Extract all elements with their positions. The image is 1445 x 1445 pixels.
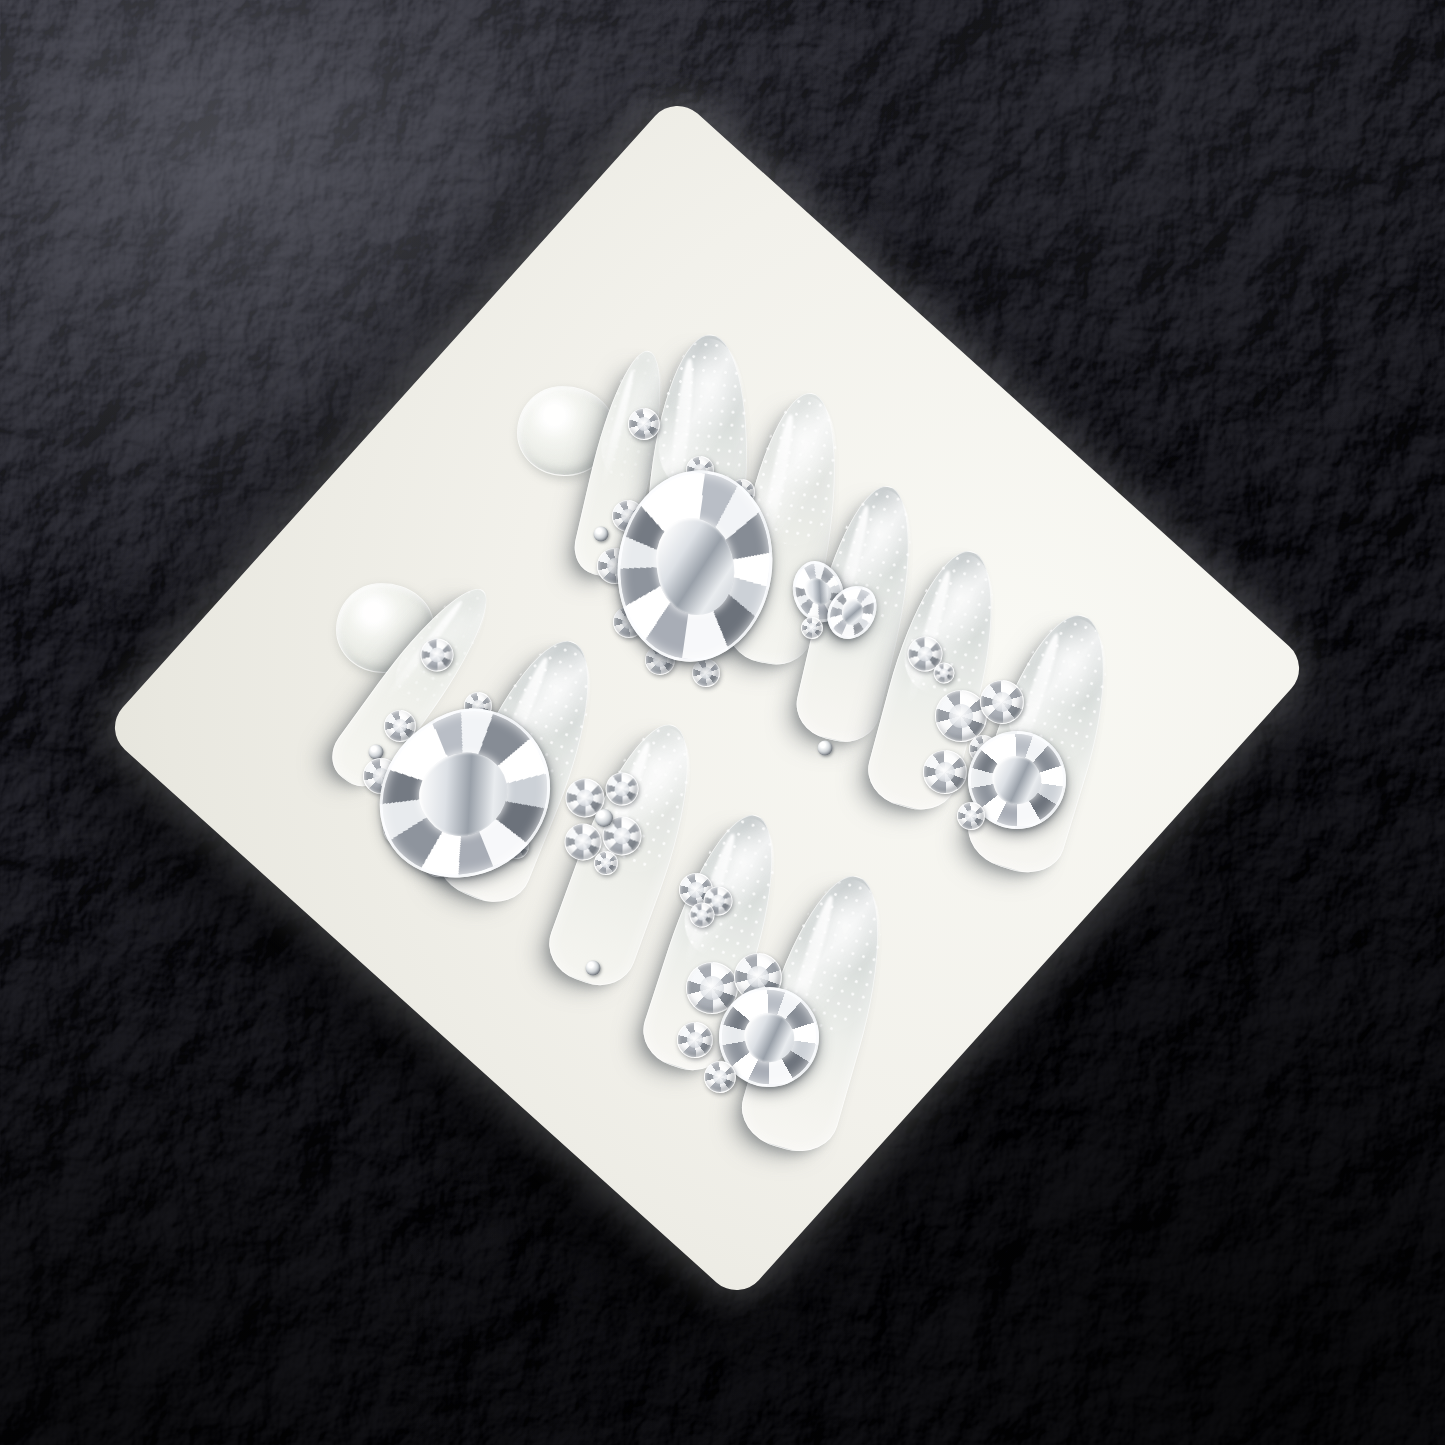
rhinestone [704, 1061, 736, 1093]
micro-bead [818, 741, 833, 756]
rhinestone [594, 851, 618, 875]
rhinestone [628, 408, 660, 440]
micro-bead [586, 961, 601, 976]
rhinestone [980, 680, 1024, 724]
micro-bead [595, 809, 613, 827]
micro-bead [594, 527, 609, 542]
rhinestone [801, 617, 823, 639]
rhinestone [923, 750, 967, 794]
rhinestone [690, 903, 715, 928]
rhinestone [935, 690, 987, 742]
rhinestone [934, 663, 955, 684]
rhinestone [606, 773, 639, 806]
product-photo-canvas [0, 0, 1445, 1445]
rhinestone [677, 1022, 713, 1058]
rhinestone [421, 639, 454, 672]
rhinestone [692, 659, 720, 687]
rhinestone [957, 802, 985, 830]
